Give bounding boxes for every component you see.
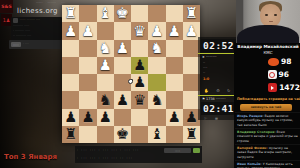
square-h6[interactable]: [62, 91, 79, 108]
popup-user-line: ······ ········ ····: [20, 18, 40, 22]
social-counter-0: 98: [268, 56, 300, 67]
square-f1[interactable]: ♝: [97, 5, 114, 22]
black-piece-c6[interactable]: ♞: [150, 92, 163, 107]
square-c5[interactable]: [148, 74, 165, 91]
square-g2[interactable]: ♟: [79, 22, 96, 39]
chat-message-3: Иван Копьёв: У Камикадзе есть музыка, пр…: [235, 160, 300, 168]
square-e4[interactable]: [114, 57, 131, 74]
square-g6[interactable]: [79, 91, 96, 108]
counter-value: 98: [281, 57, 291, 66]
popup-info-line1: · ········· ·····: [13, 29, 30, 33]
black-piece-e8[interactable]: ♚: [116, 127, 129, 142]
white-piece-f3[interactable]: ♞: [99, 40, 112, 55]
black-piece-e6[interactable]: ♟: [116, 92, 129, 107]
square-c3[interactable]: ♞: [148, 40, 165, 57]
popup-rating-line: ·········· ·····: [13, 24, 29, 28]
score-cell-left: ··: [203, 61, 205, 65]
streamer-face: [260, 4, 281, 27]
square-f6[interactable]: ♞: [97, 91, 114, 108]
white-piece-a1[interactable]: ♜: [185, 6, 198, 21]
popup-bar-note: · ····: [23, 42, 29, 46]
nav-item-1[interactable]: ········: [47, 1, 56, 5]
square-h8[interactable]: ♜: [62, 126, 79, 143]
top-nav: ··················: [36, 1, 65, 5]
square-a1[interactable]: ♜: [183, 5, 200, 22]
square-e6[interactable]: ♟: [114, 91, 131, 108]
square-c8[interactable]: ♝: [148, 126, 165, 143]
square-h3[interactable]: [62, 40, 79, 57]
white-piece-c3[interactable]: ♞: [150, 40, 163, 55]
clock-bottom: 02:41: [201, 102, 236, 115]
square-e7[interactable]: [114, 109, 131, 126]
square-f7[interactable]: ♟: [97, 109, 114, 126]
social-counter-1: 96: [268, 69, 300, 80]
white-piece-d2[interactable]: ♛: [133, 23, 146, 38]
square-d1[interactable]: [131, 5, 148, 22]
square-b4[interactable]: [166, 57, 183, 74]
white-piece-f1[interactable]: ♝: [99, 6, 112, 21]
chess-board[interactable]: ♜♝♚♜♟♟♛♟♟♟♞♟♞♟♟♟♞♟♛♞♟♟♟♟♟♜♚♝♜: [62, 5, 200, 143]
black-piece-a8[interactable]: ♜: [185, 127, 198, 142]
square-c2[interactable]: ♟: [148, 22, 165, 39]
white-piece-c2[interactable]: ♟: [150, 23, 163, 38]
white-piece-g2[interactable]: ♟: [81, 23, 94, 38]
square-h2[interactable]: ♟: [62, 22, 79, 39]
avatar: [13, 18, 18, 23]
square-h1[interactable]: ♜: [62, 5, 79, 22]
square-c7[interactable]: [148, 109, 165, 126]
donation-top-banner: Топ 3 Января: [4, 153, 57, 161]
square-d3[interactable]: [131, 40, 148, 57]
square-a8[interactable]: ♜: [183, 126, 200, 143]
donation-header: Поблагодарить стримера на чай: [237, 97, 299, 101]
instagram-icon: [268, 70, 277, 79]
white-piece-h1[interactable]: ♜: [64, 6, 77, 21]
streamer-mouth: [269, 21, 273, 22]
webcam: [236, 0, 300, 43]
stream-logo-badge: S&S: [0, 0, 13, 13]
square-b1[interactable]: [166, 5, 183, 22]
square-d5[interactable]: ♟: [131, 74, 148, 91]
popup-button[interactable]: ······: [11, 42, 21, 47]
black-piece-h8[interactable]: ♜: [64, 127, 77, 142]
clock-top: 02:52: [201, 39, 236, 52]
square-g5[interactable]: [79, 74, 96, 91]
move-row-2: · ··· ··· · ··· ··· ·· ···: [75, 154, 202, 162]
square-b5[interactable]: [166, 74, 183, 91]
white-piece-e1[interactable]: ♚: [116, 6, 129, 21]
chat-panel[interactable]: Игорь Ранцев: Вадик включи какую-нибудь …: [235, 112, 300, 168]
user-popup: ······ ········ ···· ·········· ····· · …: [11, 17, 62, 40]
black-piece-f6[interactable]: ♞: [99, 92, 112, 107]
popup-info-line2: ·· ·········· ····: [13, 34, 31, 38]
square-g7[interactable]: ♟: [79, 109, 96, 126]
square-d4[interactable]: ♟: [131, 57, 148, 74]
square-e2[interactable]: [114, 22, 131, 39]
score-cell-left: 1:0: [203, 77, 209, 81]
square-b8[interactable]: [166, 126, 183, 143]
square-d7[interactable]: [131, 109, 148, 126]
square-b6[interactable]: [166, 91, 183, 108]
game-action-icons[interactable]: ✋ ⚙ ↻: [204, 88, 233, 93]
odnoklassniki-icon: [268, 58, 279, 66]
chat-message-2: Валерий Фомин: музычку на заказ Вадик Вы…: [235, 144, 300, 160]
stream-screen: S&S 1♟ ·················· lichess.org ··…: [0, 0, 300, 168]
black-piece-d5[interactable]: ♟: [133, 75, 146, 90]
youtube-icon: [268, 83, 277, 92]
square-f3[interactable]: ♞: [97, 40, 114, 57]
black-piece-c8[interactable]: ♝: [150, 127, 163, 142]
square-b7[interactable]: ♟: [166, 109, 183, 126]
square-b3[interactable]: [166, 40, 183, 57]
bottom-action-icons[interactable]: ⚐ ≡: [204, 116, 221, 121]
score-cell-left: ····: [203, 66, 207, 70]
black-piece-h7[interactable]: ♟: [64, 109, 77, 124]
square-f8[interactable]: [97, 126, 114, 143]
white-piece-b2[interactable]: ♟: [168, 23, 181, 38]
white-piece-h2[interactable]: ♟: [64, 23, 77, 38]
popup-toolbar: ······ · ····: [9, 40, 64, 49]
white-piece-f4[interactable]: ♟: [99, 58, 112, 73]
donation-button[interactable]: закинуть на чай: [240, 104, 292, 111]
square-h7[interactable]: ♟: [62, 109, 79, 126]
streamer-name: Владимир Михайловский: [236, 44, 300, 49]
square-e8[interactable]: ♚: [114, 126, 131, 143]
go-button[interactable]: [193, 148, 200, 153]
square-d8[interactable]: [131, 126, 148, 143]
black-piece-f7[interactable]: ♟: [99, 109, 112, 124]
nav-item-0[interactable]: ······: [36, 1, 42, 5]
square-c4[interactable]: [148, 57, 165, 74]
square-h5[interactable]: [62, 74, 79, 91]
square-d6[interactable]: ♛: [131, 91, 148, 108]
black-piece-g7[interactable]: ♟: [81, 109, 94, 124]
square-h4[interactable]: [62, 57, 79, 74]
black-piece-d6[interactable]: ♛: [133, 92, 146, 107]
square-g4[interactable]: [79, 57, 96, 74]
analysis-button[interactable]: ······: [164, 148, 191, 153]
square-g1[interactable]: [79, 5, 96, 22]
square-c6[interactable]: ♞: [148, 91, 165, 108]
square-g8[interactable]: [79, 126, 96, 143]
score-cell-left: ··: [203, 71, 205, 75]
streamer-title: КМС: [236, 50, 300, 55]
square-b2[interactable]: ♟: [166, 22, 183, 39]
social-counter-2: 1472: [268, 82, 300, 93]
square-e3[interactable]: ♟: [114, 40, 131, 57]
chat-message-1: Владимир Столяров: Всем смачного вечера …: [235, 128, 300, 144]
black-piece-b7[interactable]: ♟: [168, 109, 181, 124]
black-piece-a7[interactable]: ♟: [185, 109, 198, 124]
counter-value: 96: [279, 70, 289, 79]
white-piece-e3[interactable]: ♟: [116, 40, 129, 55]
square-f4[interactable]: ♟: [97, 57, 114, 74]
streamer-eye-left: [265, 14, 268, 16]
white-piece-a2[interactable]: ♟: [185, 23, 198, 38]
streamer-eye-right: [274, 14, 277, 16]
black-piece-d4[interactable]: ♟: [133, 58, 146, 73]
square-e1[interactable]: ♚: [114, 5, 131, 22]
streamer-body: [237, 25, 299, 43]
square-d2[interactable]: ♛: [131, 22, 148, 39]
square-c1[interactable]: [148, 5, 165, 22]
mouse-cursor: [128, 79, 133, 84]
chat-message-0: Игорь Ранцев: Вадик включи какую-нибудь …: [235, 112, 300, 128]
counter-value: 1472: [279, 83, 300, 92]
lichess-logo[interactable]: lichess.org: [17, 7, 58, 15]
square-f2[interactable]: [97, 22, 114, 39]
square-f5[interactable]: [97, 74, 114, 91]
square-g3[interactable]: [79, 40, 96, 57]
